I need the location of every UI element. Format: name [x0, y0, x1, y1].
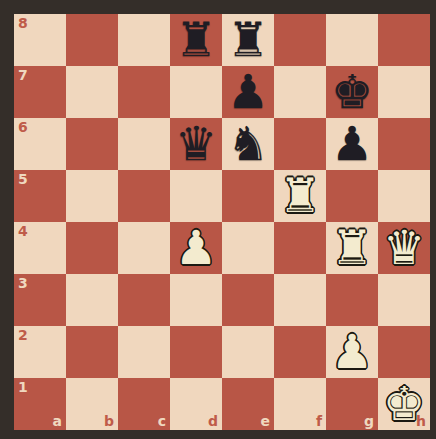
square-g8[interactable] [326, 14, 378, 66]
square-g2[interactable]: ♟ [326, 326, 378, 378]
file-label-g: g [364, 413, 374, 429]
black-king[interactable]: ♚ [331, 66, 373, 118]
square-c1[interactable]: c [118, 378, 170, 430]
square-d6[interactable]: ♛ [170, 118, 222, 170]
square-f5[interactable]: ♜ [274, 170, 326, 222]
white-rook[interactable]: ♜ [331, 222, 373, 274]
square-a6[interactable]: 6 [14, 118, 66, 170]
file-label-b: b [104, 413, 114, 429]
square-b1[interactable]: b [66, 378, 118, 430]
rank-label-6: 6 [18, 119, 28, 135]
black-rook[interactable]: ♜ [175, 14, 217, 66]
rank-label-3: 3 [18, 275, 28, 291]
square-a7[interactable]: 7 [14, 66, 66, 118]
file-label-e: e [261, 413, 271, 429]
file-label-c: c [158, 413, 166, 429]
black-rook[interactable]: ♜ [227, 14, 269, 66]
black-knight[interactable]: ♞ [227, 118, 269, 170]
square-f3[interactable] [274, 274, 326, 326]
rank-label-8: 8 [18, 15, 28, 31]
square-e2[interactable] [222, 326, 274, 378]
square-b7[interactable] [66, 66, 118, 118]
square-g4[interactable]: ♜ [326, 222, 378, 274]
file-label-a: a [53, 413, 62, 429]
square-a3[interactable]: 3 [14, 274, 66, 326]
square-b2[interactable] [66, 326, 118, 378]
square-d1[interactable]: d [170, 378, 222, 430]
black-pawn[interactable]: ♟ [331, 118, 373, 170]
square-d4[interactable]: ♟ [170, 222, 222, 274]
square-h7[interactable] [378, 66, 430, 118]
white-rook[interactable]: ♜ [279, 170, 321, 222]
square-c2[interactable] [118, 326, 170, 378]
square-e8[interactable]: ♜ [222, 14, 274, 66]
square-h3[interactable] [378, 274, 430, 326]
square-d5[interactable] [170, 170, 222, 222]
rank-label-1: 1 [18, 379, 28, 395]
square-h6[interactable] [378, 118, 430, 170]
square-h4[interactable]: ♛ [378, 222, 430, 274]
square-f1[interactable]: f [274, 378, 326, 430]
square-d7[interactable] [170, 66, 222, 118]
square-a8[interactable]: 8 [14, 14, 66, 66]
square-e1[interactable]: e [222, 378, 274, 430]
square-f7[interactable] [274, 66, 326, 118]
square-a1[interactable]: 1a [14, 378, 66, 430]
white-king[interactable]: ♚ [383, 378, 425, 430]
chess-board: 8♜♜7♟♚6♛♞♟5♜4♟♜♛32♟1abcdefgh♚ [14, 14, 430, 430]
square-e5[interactable] [222, 170, 274, 222]
square-b6[interactable] [66, 118, 118, 170]
square-e6[interactable]: ♞ [222, 118, 274, 170]
square-g7[interactable]: ♚ [326, 66, 378, 118]
rank-label-2: 2 [18, 327, 28, 343]
file-label-d: d [208, 413, 218, 429]
square-c7[interactable] [118, 66, 170, 118]
rank-label-5: 5 [18, 171, 28, 187]
square-a2[interactable]: 2 [14, 326, 66, 378]
square-c4[interactable] [118, 222, 170, 274]
square-g3[interactable] [326, 274, 378, 326]
square-g1[interactable]: g [326, 378, 378, 430]
square-f6[interactable] [274, 118, 326, 170]
rank-label-7: 7 [18, 67, 28, 83]
square-g5[interactable] [326, 170, 378, 222]
square-e3[interactable] [222, 274, 274, 326]
square-g6[interactable]: ♟ [326, 118, 378, 170]
square-a5[interactable]: 5 [14, 170, 66, 222]
square-f2[interactable] [274, 326, 326, 378]
chess-board-frame: 8♜♜7♟♚6♛♞♟5♜4♟♜♛32♟1abcdefgh♚ [0, 0, 436, 439]
square-d3[interactable] [170, 274, 222, 326]
square-h8[interactable] [378, 14, 430, 66]
square-e4[interactable] [222, 222, 274, 274]
square-h5[interactable] [378, 170, 430, 222]
white-pawn[interactable]: ♟ [331, 326, 373, 378]
square-d8[interactable]: ♜ [170, 14, 222, 66]
square-h1[interactable]: h♚ [378, 378, 430, 430]
square-c8[interactable] [118, 14, 170, 66]
square-b8[interactable] [66, 14, 118, 66]
square-c6[interactable] [118, 118, 170, 170]
square-b3[interactable] [66, 274, 118, 326]
square-b4[interactable] [66, 222, 118, 274]
square-d2[interactable] [170, 326, 222, 378]
square-h2[interactable] [378, 326, 430, 378]
file-label-f: f [316, 413, 322, 429]
square-e7[interactable]: ♟ [222, 66, 274, 118]
square-a4[interactable]: 4 [14, 222, 66, 274]
square-c5[interactable] [118, 170, 170, 222]
white-queen[interactable]: ♛ [383, 222, 425, 274]
square-c3[interactable] [118, 274, 170, 326]
square-f8[interactable] [274, 14, 326, 66]
rank-label-4: 4 [18, 223, 28, 239]
black-queen[interactable]: ♛ [175, 118, 217, 170]
square-b5[interactable] [66, 170, 118, 222]
square-f4[interactable] [274, 222, 326, 274]
black-pawn[interactable]: ♟ [227, 66, 269, 118]
white-pawn[interactable]: ♟ [175, 222, 217, 274]
